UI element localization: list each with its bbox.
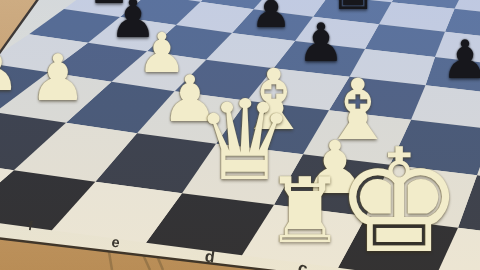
piece-white-k-b8[interactable]: ♚	[335, 129, 463, 270]
piece-black-p-e3[interactable]: ♟	[250, 0, 291, 34]
piece-white-r-c8[interactable]: ♜	[265, 167, 346, 257]
piece-black-p-b4[interactable]: ♟	[441, 33, 480, 86]
piece-white-p-h6[interactable]: ♟	[0, 36, 21, 100]
photo-frame: fedc ♚♜♛♟♝♝♟♟♟♟♟♟♟♟♟♚	[0, 0, 480, 270]
piece-white-p-g6[interactable]: ♟	[29, 46, 86, 110]
